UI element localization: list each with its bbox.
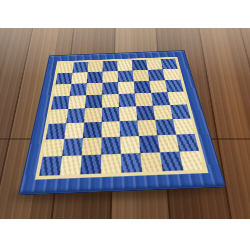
square-e3 (120, 121, 139, 137)
square-a6 (53, 84, 71, 97)
square-e5 (119, 93, 136, 107)
square-h4 (170, 104, 191, 119)
square-c6 (86, 83, 102, 96)
square-f4 (136, 106, 155, 121)
square-h8 (161, 59, 178, 70)
square-h5 (167, 92, 187, 106)
square-f6 (134, 81, 151, 94)
square-b1 (60, 155, 82, 175)
square-a1 (39, 156, 62, 176)
square-f5 (135, 93, 153, 107)
square-c8 (88, 61, 103, 72)
square-f2 (139, 135, 160, 153)
square-d3 (102, 121, 121, 137)
square-h7 (163, 69, 181, 81)
square-h3 (173, 118, 195, 134)
square-f8 (132, 60, 148, 71)
square-f7 (133, 70, 150, 82)
square-c4 (84, 108, 102, 123)
square-e6 (118, 81, 135, 94)
product-photo (0, 0, 250, 250)
square-h2 (176, 134, 199, 152)
square-d7 (102, 71, 118, 83)
square-a8 (58, 62, 74, 73)
square-e8 (117, 60, 132, 71)
square-e2 (120, 136, 140, 154)
square-d4 (102, 107, 120, 122)
square-b2 (62, 138, 83, 156)
square-b8 (73, 62, 89, 73)
square-b4 (66, 108, 85, 123)
square-h1 (179, 151, 203, 171)
square-a2 (43, 139, 65, 157)
square-c7 (87, 72, 103, 84)
square-a5 (51, 96, 70, 110)
square-h6 (165, 80, 184, 92)
square-d1 (101, 154, 122, 174)
square-f3 (137, 120, 157, 136)
square-e7 (118, 70, 134, 82)
board-top-face (20, 51, 224, 193)
board-grid (39, 59, 204, 176)
square-d6 (102, 82, 118, 95)
board-perspective (35, 23, 203, 191)
board-frame (20, 51, 224, 193)
square-b7 (71, 72, 87, 84)
square-a4 (48, 109, 68, 124)
square-b3 (64, 123, 84, 139)
square-e4 (119, 106, 137, 121)
square-d8 (103, 61, 118, 72)
square-c3 (83, 122, 102, 138)
square-c2 (82, 137, 102, 155)
square-a7 (56, 73, 73, 85)
white-band-bottom (0, 219, 250, 250)
square-c1 (80, 155, 101, 175)
square-a3 (46, 123, 67, 139)
square-d2 (101, 137, 121, 155)
board-fillet-line (35, 57, 209, 180)
square-b6 (70, 83, 87, 96)
square-d5 (102, 94, 119, 108)
square-b5 (68, 95, 86, 109)
square-e1 (121, 153, 142, 173)
white-band-top (0, 0, 250, 28)
square-c5 (85, 95, 102, 109)
